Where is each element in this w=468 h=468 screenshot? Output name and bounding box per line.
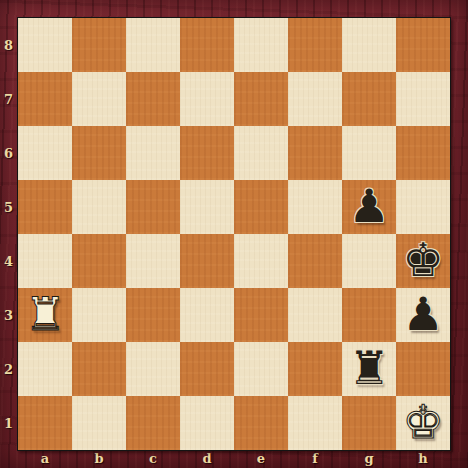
square-e2[interactable]: [234, 342, 288, 396]
square-a3[interactable]: ♜: [18, 288, 72, 342]
square-a4[interactable]: [18, 234, 72, 288]
square-a8[interactable]: [18, 18, 72, 72]
square-g2[interactable]: ♜: [342, 342, 396, 396]
square-b4[interactable]: [72, 234, 126, 288]
square-a6[interactable]: [18, 126, 72, 180]
rank-label-7: 7: [0, 72, 17, 126]
square-b6[interactable]: [72, 126, 126, 180]
rank-label-1: 1: [0, 396, 17, 450]
square-h7[interactable]: [396, 72, 450, 126]
square-a7[interactable]: [18, 72, 72, 126]
file-label-h: h: [396, 449, 450, 468]
piece-white-rook[interactable]: ♜: [24, 291, 65, 337]
square-b8[interactable]: [72, 18, 126, 72]
square-h2[interactable]: [396, 342, 450, 396]
file-label-f: f: [288, 449, 342, 468]
square-c2[interactable]: [126, 342, 180, 396]
file-label-a: a: [18, 449, 72, 468]
square-f3[interactable]: [288, 288, 342, 342]
square-f4[interactable]: [288, 234, 342, 288]
square-d8[interactable]: [180, 18, 234, 72]
square-h6[interactable]: [396, 126, 450, 180]
file-label-c: c: [126, 449, 180, 468]
file-label-b: b: [72, 449, 126, 468]
square-h1[interactable]: ♚: [396, 396, 450, 450]
square-g8[interactable]: [342, 18, 396, 72]
square-b2[interactable]: [72, 342, 126, 396]
square-e7[interactable]: [234, 72, 288, 126]
square-c3[interactable]: [126, 288, 180, 342]
file-label-e: e: [234, 449, 288, 468]
square-e6[interactable]: [234, 126, 288, 180]
rank-label-5: 5: [0, 180, 17, 234]
square-f8[interactable]: [288, 18, 342, 72]
piece-white-king[interactable]: ♚: [402, 399, 443, 445]
square-e1[interactable]: [234, 396, 288, 450]
rank-labels: 87654321: [0, 18, 17, 450]
square-g6[interactable]: [342, 126, 396, 180]
square-c7[interactable]: [126, 72, 180, 126]
file-label-g: g: [342, 449, 396, 468]
file-label-d: d: [180, 449, 234, 468]
rank-label-3: 3: [0, 288, 17, 342]
square-e3[interactable]: [234, 288, 288, 342]
piece-black-rook[interactable]: ♜: [348, 345, 389, 391]
square-b1[interactable]: [72, 396, 126, 450]
piece-black-king[interactable]: ♚: [402, 237, 443, 283]
square-h8[interactable]: [396, 18, 450, 72]
square-g7[interactable]: [342, 72, 396, 126]
square-b5[interactable]: [72, 180, 126, 234]
square-f7[interactable]: [288, 72, 342, 126]
file-labels: abcdefgh: [18, 449, 450, 468]
square-g1[interactable]: [342, 396, 396, 450]
square-c8[interactable]: [126, 18, 180, 72]
piece-black-pawn[interactable]: ♟: [348, 183, 389, 229]
square-e4[interactable]: [234, 234, 288, 288]
chess-board-frame: 87654321 abcdefgh ♟♚♜♟♜♚: [0, 0, 468, 468]
square-b7[interactable]: [72, 72, 126, 126]
square-d7[interactable]: [180, 72, 234, 126]
square-g5[interactable]: ♟: [342, 180, 396, 234]
square-d5[interactable]: [180, 180, 234, 234]
square-d3[interactable]: [180, 288, 234, 342]
square-a1[interactable]: [18, 396, 72, 450]
square-g3[interactable]: [342, 288, 396, 342]
square-d6[interactable]: [180, 126, 234, 180]
rank-label-4: 4: [0, 234, 17, 288]
rank-label-2: 2: [0, 342, 17, 396]
square-f2[interactable]: [288, 342, 342, 396]
chess-board: ♟♚♜♟♜♚: [17, 17, 451, 451]
square-f6[interactable]: [288, 126, 342, 180]
piece-black-pawn[interactable]: ♟: [402, 291, 443, 337]
square-b3[interactable]: [72, 288, 126, 342]
square-e5[interactable]: [234, 180, 288, 234]
square-c6[interactable]: [126, 126, 180, 180]
square-a2[interactable]: [18, 342, 72, 396]
square-d4[interactable]: [180, 234, 234, 288]
square-c5[interactable]: [126, 180, 180, 234]
square-e8[interactable]: [234, 18, 288, 72]
square-g4[interactable]: [342, 234, 396, 288]
square-h4[interactable]: ♚: [396, 234, 450, 288]
square-c4[interactable]: [126, 234, 180, 288]
square-h3[interactable]: ♟: [396, 288, 450, 342]
square-f5[interactable]: [288, 180, 342, 234]
rank-label-8: 8: [0, 18, 17, 72]
rank-label-6: 6: [0, 126, 17, 180]
square-c1[interactable]: [126, 396, 180, 450]
square-h5[interactable]: [396, 180, 450, 234]
square-d1[interactable]: [180, 396, 234, 450]
square-a5[interactable]: [18, 180, 72, 234]
square-d2[interactable]: [180, 342, 234, 396]
square-f1[interactable]: [288, 396, 342, 450]
